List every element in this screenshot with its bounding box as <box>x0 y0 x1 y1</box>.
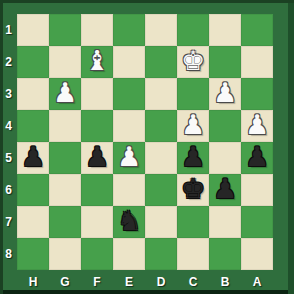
square-h7[interactable] <box>17 206 49 238</box>
square-e3[interactable] <box>113 78 145 110</box>
rank-label-7: 7 <box>0 206 17 238</box>
square-g1[interactable] <box>49 14 81 46</box>
square-a1[interactable] <box>241 14 273 46</box>
file-label-f: F <box>81 272 113 293</box>
square-a4[interactable]: ♟ <box>241 110 273 142</box>
rank-label-6: 6 <box>0 174 17 206</box>
square-c8[interactable] <box>177 238 209 270</box>
square-h1[interactable] <box>17 14 49 46</box>
square-c1[interactable] <box>177 14 209 46</box>
square-f5[interactable]: ♟ <box>81 142 113 174</box>
white-pawn[interactable]: ♟ <box>241 110 273 142</box>
square-g2[interactable] <box>49 46 81 78</box>
square-g4[interactable] <box>49 110 81 142</box>
square-d6[interactable] <box>145 174 177 206</box>
square-a3[interactable] <box>241 78 273 110</box>
square-f6[interactable] <box>81 174 113 206</box>
square-h3[interactable] <box>17 78 49 110</box>
white-king[interactable]: ♚ <box>177 46 209 78</box>
square-e7[interactable]: ♞ <box>113 206 145 238</box>
square-f7[interactable] <box>81 206 113 238</box>
black-pawn[interactable]: ♟ <box>209 174 241 206</box>
square-b5[interactable] <box>209 142 241 174</box>
square-d7[interactable] <box>145 206 177 238</box>
square-c5[interactable]: ♟ <box>177 142 209 174</box>
rank-label-3: 3 <box>0 78 17 110</box>
square-b8[interactable] <box>209 238 241 270</box>
black-pawn[interactable]: ♟ <box>17 142 49 174</box>
black-pawn[interactable]: ♟ <box>241 142 273 174</box>
square-a5[interactable]: ♟ <box>241 142 273 174</box>
file-label-b: B <box>209 272 241 293</box>
square-e2[interactable] <box>113 46 145 78</box>
square-f1[interactable] <box>81 14 113 46</box>
file-label-a: A <box>241 272 273 293</box>
square-b3[interactable]: ♟ <box>209 78 241 110</box>
square-b7[interactable] <box>209 206 241 238</box>
square-g5[interactable] <box>49 142 81 174</box>
chess-diagram: ♝♚♟♟♟♟♟♟♟♟♟♚♟♞ 12345678 HGFEDCBA <box>0 0 294 294</box>
square-b4[interactable] <box>209 110 241 142</box>
square-a2[interactable] <box>241 46 273 78</box>
square-a7[interactable] <box>241 206 273 238</box>
rank-label-1: 1 <box>0 14 17 46</box>
square-f8[interactable] <box>81 238 113 270</box>
black-pawn[interactable]: ♟ <box>177 142 209 174</box>
rank-label-2: 2 <box>0 46 17 78</box>
white-pawn[interactable]: ♟ <box>209 78 241 110</box>
square-h2[interactable] <box>17 46 49 78</box>
square-d5[interactable] <box>145 142 177 174</box>
white-pawn[interactable]: ♟ <box>49 78 81 110</box>
square-d8[interactable] <box>145 238 177 270</box>
square-d1[interactable] <box>145 14 177 46</box>
black-knight[interactable]: ♞ <box>113 206 145 238</box>
rank-label-5: 5 <box>0 142 17 174</box>
square-b2[interactable] <box>209 46 241 78</box>
square-b6[interactable]: ♟ <box>209 174 241 206</box>
square-c3[interactable] <box>177 78 209 110</box>
square-e1[interactable] <box>113 14 145 46</box>
file-label-e: E <box>113 272 145 293</box>
square-e8[interactable] <box>113 238 145 270</box>
square-e4[interactable] <box>113 110 145 142</box>
file-label-c: C <box>177 272 209 293</box>
white-pawn[interactable]: ♟ <box>113 142 145 174</box>
black-pawn[interactable]: ♟ <box>81 142 113 174</box>
square-b1[interactable] <box>209 14 241 46</box>
square-h5[interactable]: ♟ <box>17 142 49 174</box>
square-h8[interactable] <box>17 238 49 270</box>
square-e6[interactable] <box>113 174 145 206</box>
black-king[interactable]: ♚ <box>177 174 209 206</box>
square-a8[interactable] <box>241 238 273 270</box>
square-c4[interactable]: ♟ <box>177 110 209 142</box>
chess-board: ♝♚♟♟♟♟♟♟♟♟♟♚♟♞ <box>17 14 273 270</box>
file-label-g: G <box>49 272 81 293</box>
square-f4[interactable] <box>81 110 113 142</box>
square-d4[interactable] <box>145 110 177 142</box>
square-c2[interactable]: ♚ <box>177 46 209 78</box>
file-label-d: D <box>145 272 177 293</box>
square-g6[interactable] <box>49 174 81 206</box>
square-f3[interactable] <box>81 78 113 110</box>
square-c7[interactable] <box>177 206 209 238</box>
square-c6[interactable]: ♚ <box>177 174 209 206</box>
file-label-h: H <box>17 272 49 293</box>
white-pawn[interactable]: ♟ <box>177 110 209 142</box>
square-d2[interactable] <box>145 46 177 78</box>
square-g7[interactable] <box>49 206 81 238</box>
square-g3[interactable]: ♟ <box>49 78 81 110</box>
square-e5[interactable]: ♟ <box>113 142 145 174</box>
rank-label-8: 8 <box>0 238 17 270</box>
square-h6[interactable] <box>17 174 49 206</box>
rank-label-4: 4 <box>0 110 17 142</box>
square-d3[interactable] <box>145 78 177 110</box>
square-f2[interactable]: ♝ <box>81 46 113 78</box>
square-a6[interactable] <box>241 174 273 206</box>
white-bishop[interactable]: ♝ <box>81 46 113 78</box>
square-h4[interactable] <box>17 110 49 142</box>
square-g8[interactable] <box>49 238 81 270</box>
